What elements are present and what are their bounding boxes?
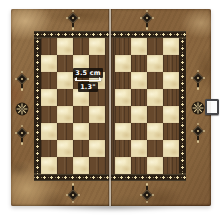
board-square-h4	[163, 106, 179, 123]
board-square-e6	[115, 72, 131, 89]
board-square-h5	[163, 89, 179, 106]
board-square-b1	[57, 157, 73, 174]
board-square-g3	[147, 123, 163, 140]
inlay-star-icon	[15, 101, 29, 115]
board-square-d8	[89, 38, 105, 55]
board-square-a8	[41, 38, 57, 55]
board-square-h7	[163, 55, 179, 72]
hinge-seam	[108, 9, 112, 206]
inlay-arrow-icon	[14, 71, 30, 91]
board-square-e1	[115, 157, 131, 174]
board-square-e2	[115, 140, 131, 157]
inlay-arrow-icon	[14, 125, 30, 145]
board-square-b2	[57, 140, 73, 157]
measurement-arrow-icon	[75, 80, 101, 81]
board-square-d4	[89, 106, 105, 123]
inlay-arrow-icon	[139, 183, 155, 203]
board-square-h3	[163, 123, 179, 140]
board-square-h1	[163, 157, 179, 174]
board-square-a4	[41, 106, 57, 123]
board-square-b8	[57, 38, 73, 55]
square-size-annotation: 3.5 cm 1.3"	[71, 68, 105, 92]
inlay-arrow-icon	[190, 123, 206, 143]
chess-board: 3.5 cm 1.3"	[11, 9, 211, 206]
board-square-c8	[73, 38, 89, 55]
board-square-g6	[147, 72, 163, 89]
board-square-a5	[41, 89, 57, 106]
board-square-f1	[131, 157, 147, 174]
board-square-c4	[73, 106, 89, 123]
board-square-h6	[163, 72, 179, 89]
board-square-g4	[147, 106, 163, 123]
square-size-inch-label: 1.3"	[78, 82, 99, 92]
board-square-f8	[131, 38, 147, 55]
board-square-f2	[131, 140, 147, 157]
board-square-g5	[147, 89, 163, 106]
board-square-e4	[115, 106, 131, 123]
board-square-c2	[73, 140, 89, 157]
board-square-g2	[147, 140, 163, 157]
board-square-e7	[115, 55, 131, 72]
board-square-f5	[131, 89, 147, 106]
product-photo: 3.5 cm 1.3"	[0, 0, 222, 222]
board-square-c3	[73, 123, 89, 140]
board-square-e3	[115, 123, 131, 140]
inlay-arrow-icon	[139, 10, 155, 30]
board-square-h2	[163, 140, 179, 157]
inlay-arrow-icon	[65, 183, 81, 203]
board-square-d1	[89, 157, 105, 174]
board-square-b3	[57, 123, 73, 140]
board-square-a3	[41, 123, 57, 140]
board-square-h8	[163, 38, 179, 55]
board-square-e8	[115, 38, 131, 55]
board-square-e5	[115, 89, 131, 106]
latch-clasp-icon	[205, 99, 219, 115]
board-square-f6	[131, 72, 147, 89]
board-square-d2	[89, 140, 105, 157]
board-square-a7	[41, 55, 57, 72]
board-square-a6	[41, 72, 57, 89]
board-square-c1	[73, 157, 89, 174]
board-square-f7	[131, 55, 147, 72]
board-square-g8	[147, 38, 163, 55]
board-square-g7	[147, 55, 163, 72]
board-square-a2	[41, 140, 57, 157]
inlay-arrow-icon	[65, 10, 81, 30]
bead-border-right	[179, 38, 186, 174]
board-half-left	[41, 38, 105, 174]
inlay-arrow-icon	[190, 70, 206, 90]
board-square-f4	[131, 106, 147, 123]
board-square-d3	[89, 123, 105, 140]
board-square-f3	[131, 123, 147, 140]
inlay-star-icon	[191, 100, 205, 114]
board-square-b4	[57, 106, 73, 123]
board-square-g1	[147, 157, 163, 174]
board-half-right	[115, 38, 179, 174]
board-square-a1	[41, 157, 57, 174]
bead-border-left	[34, 38, 41, 174]
